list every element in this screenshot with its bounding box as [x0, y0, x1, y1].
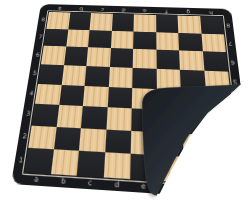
- square-h6: [202, 51, 228, 71]
- square-f4: [156, 89, 181, 111]
- file-label-top-h: h: [199, 8, 222, 16]
- product-photo: abcdefgh abcdefgh 87654321 87654321: [0, 0, 250, 201]
- file-label-top-c: c: [91, 5, 113, 13]
- file-label-bottom-c: c: [76, 176, 104, 190]
- file-label-bottom-e: e: [130, 179, 158, 193]
- square-c2: [79, 128, 106, 153]
- square-d5: [108, 67, 132, 88]
- square-g8: [178, 16, 201, 34]
- square-c5: [85, 66, 110, 87]
- square-e8: [134, 14, 156, 32]
- square-f5: [156, 69, 181, 90]
- square-b4: [59, 84, 85, 106]
- square-d8: [111, 14, 133, 31]
- square-h3: [207, 112, 235, 136]
- square-f1: [157, 156, 185, 183]
- square-d1: [103, 153, 130, 179]
- square-g3: [182, 111, 209, 135]
- square-b3: [56, 105, 83, 128]
- square-d2: [105, 129, 132, 154]
- square-c6: [86, 47, 110, 66]
- square-b2: [53, 127, 81, 151]
- file-label-bottom-d: d: [103, 177, 131, 191]
- square-a6: [41, 46, 66, 65]
- square-e5: [132, 68, 156, 89]
- square-b7: [66, 29, 90, 47]
- square-g5: [180, 70, 206, 91]
- square-c1: [77, 151, 105, 177]
- rank-label-right-4: 4: [230, 92, 244, 114]
- square-f2: [157, 132, 184, 157]
- file-label-top-f: f: [156, 7, 178, 15]
- file-label-top-b: b: [70, 5, 92, 13]
- square-c7: [88, 30, 111, 48]
- square-d3: [106, 107, 132, 130]
- square-a4: [35, 83, 61, 105]
- square-e7: [133, 31, 156, 50]
- square-e2: [131, 131, 157, 156]
- square-d6: [109, 48, 133, 68]
- square-b8: [68, 13, 91, 30]
- square-d7: [110, 31, 133, 49]
- square-h4: [205, 91, 232, 114]
- rank-label-right-5: 5: [228, 72, 241, 93]
- square-a3: [32, 104, 59, 127]
- square-c4: [83, 85, 108, 107]
- rank-label-right-3: 3: [233, 113, 247, 136]
- square-e3: [131, 108, 157, 132]
- file-label-bottom-f: f: [157, 181, 185, 196]
- rank-label-right-7: 7: [224, 34, 237, 53]
- square-f7: [156, 32, 179, 51]
- square-h1: [211, 159, 241, 186]
- square-a5: [38, 64, 64, 84]
- square-b6: [64, 47, 88, 66]
- file-label-top-g: g: [177, 8, 199, 16]
- square-f3: [157, 110, 183, 134]
- square-h2: [209, 135, 238, 161]
- square-g6: [179, 51, 204, 71]
- square-g1: [184, 157, 213, 184]
- square-a1: [24, 148, 53, 174]
- square-c3: [81, 106, 107, 129]
- square-h5: [204, 71, 230, 92]
- rank-label-right-2: 2: [235, 136, 250, 161]
- rank-label-right-1: 1: [238, 160, 250, 187]
- rank-label-right-6: 6: [226, 52, 239, 72]
- rank-label-right-8: 8: [222, 17, 234, 35]
- square-c8: [90, 13, 113, 30]
- square-d4: [107, 87, 132, 109]
- file-label-top-a: a: [49, 4, 71, 12]
- square-h8: [200, 16, 224, 34]
- chess-mat: abcdefgh abcdefgh 87654321 87654321: [11, 4, 250, 200]
- square-a7: [44, 28, 68, 46]
- square-b1: [50, 150, 78, 176]
- square-e1: [130, 154, 157, 181]
- square-a8: [46, 12, 69, 29]
- file-label-bottom-a: a: [23, 172, 51, 186]
- file-label-top-d: d: [112, 6, 134, 14]
- square-a2: [28, 125, 56, 149]
- square-e4: [132, 88, 157, 110]
- file-label-bottom-h: h: [213, 184, 243, 199]
- file-label-bottom-b: b: [49, 174, 77, 188]
- square-b5: [61, 65, 86, 85]
- square-h7: [201, 33, 226, 52]
- square-e6: [133, 49, 156, 69]
- square-g2: [183, 133, 211, 158]
- square-f6: [156, 50, 180, 70]
- chess-board: [24, 12, 240, 186]
- file-label-top-e: e: [134, 6, 156, 14]
- square-g4: [181, 90, 207, 112]
- square-f8: [156, 15, 179, 33]
- square-g7: [178, 33, 202, 52]
- file-label-bottom-g: g: [185, 183, 214, 198]
